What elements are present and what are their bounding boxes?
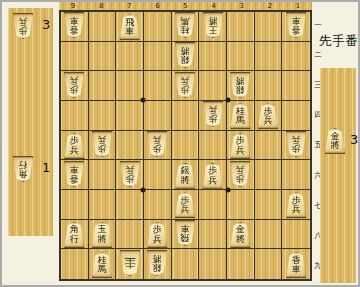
square-4-5[interactable] <box>199 131 227 161</box>
piece-金將-sente[interactable]: 金將 <box>324 128 346 154</box>
square-4-1[interactable]: 王將 <box>199 12 227 42</box>
piece-香車-sente[interactable]: 香車 <box>285 252 307 278</box>
piece-飛車-sente[interactable]: 飛車 <box>119 14 141 40</box>
square-8-9[interactable]: 桂馬 <box>89 249 117 279</box>
square-2-6[interactable] <box>255 160 283 190</box>
square-7-3[interactable] <box>116 71 144 101</box>
square-2-3[interactable] <box>255 71 283 101</box>
square-9-5[interactable]: 歩兵 <box>61 131 89 161</box>
square-4-4[interactable]: 歩兵 <box>199 101 227 131</box>
piece-銀將-sente[interactable]: 銀將 <box>174 163 196 189</box>
piece-香車-gote[interactable]: 香車 <box>63 161 85 187</box>
square-7-8[interactable] <box>116 220 144 250</box>
square-4-6[interactable]: 歩兵 <box>199 160 227 190</box>
square-7-4[interactable] <box>116 101 144 131</box>
square-3-4[interactable]: 桂馬 <box>227 101 255 131</box>
square-8-7[interactable] <box>89 190 117 220</box>
square-5-4[interactable] <box>172 101 200 131</box>
square-2-8[interactable] <box>255 220 283 250</box>
square-3-9[interactable] <box>227 249 255 279</box>
square-7-6[interactable]: 歩兵 <box>116 160 144 190</box>
piece-歩兵-sente[interactable]: 歩兵 <box>257 103 279 129</box>
file-labels: 987654321 <box>59 2 312 10</box>
square-3-8[interactable]: 金將 <box>227 220 255 250</box>
square-6-1[interactable] <box>144 12 172 42</box>
star-point <box>226 188 231 193</box>
piece-歩兵-sente[interactable]: 歩兵 <box>229 133 251 159</box>
piece-歩兵-sente[interactable]: 歩兵 <box>63 133 85 159</box>
piece-歩兵-sente[interactable]: 歩兵 <box>285 192 307 218</box>
square-8-5[interactable]: 歩兵 <box>89 131 117 161</box>
gote-captured-stand: 歩兵3 角行1 <box>8 8 53 236</box>
square-7-9[interactable]: 圭 <box>116 249 144 279</box>
shogi-app-window: 歩兵3 角行1 987654321 香車飛車桂馬王將香車銀將歩兵歩兵銀將歩兵桂馬… <box>0 0 360 287</box>
piece-角行-sente[interactable]: 角行 <box>63 222 85 248</box>
piece-王將-gote[interactable]: 王將 <box>202 12 224 38</box>
file-label-2: 2 <box>256 2 284 10</box>
square-3-3[interactable]: 銀將 <box>227 71 255 101</box>
square-4-8[interactable] <box>199 220 227 250</box>
hand-slot-gote-bishop[interactable]: 角行1 <box>12 156 50 186</box>
piece-圭-gote[interactable]: 圭 <box>119 250 141 276</box>
square-9-1[interactable]: 香車 <box>61 12 89 42</box>
hand-count-gote: 1 <box>42 160 50 175</box>
square-6-3[interactable] <box>144 71 172 101</box>
file-label-7: 7 <box>115 2 143 10</box>
square-7-7[interactable] <box>116 190 144 220</box>
square-8-4[interactable] <box>89 101 117 131</box>
square-5-2[interactable]: 銀將 <box>172 42 200 72</box>
file-label-5: 5 <box>171 2 199 10</box>
square-2-4[interactable]: 歩兵 <box>255 101 283 131</box>
star-point <box>141 98 146 103</box>
square-9-3[interactable]: 歩兵 <box>61 71 89 101</box>
square-2-7[interactable] <box>255 190 283 220</box>
square-2-9[interactable] <box>255 249 283 279</box>
square-1-2[interactable] <box>282 42 310 72</box>
file-label-4: 4 <box>200 2 228 10</box>
square-3-1[interactable] <box>227 12 255 42</box>
square-4-9[interactable] <box>199 249 227 279</box>
square-5-9[interactable] <box>172 249 200 279</box>
piece-歩兵-gote[interactable]: 歩兵 <box>174 72 196 98</box>
piece-歩兵-gote[interactable]: 歩兵 <box>285 131 307 157</box>
square-5-5[interactable] <box>172 131 200 161</box>
square-9-2[interactable] <box>61 42 89 72</box>
star-point <box>226 98 231 103</box>
square-6-9[interactable]: 銀將 <box>144 249 172 279</box>
square-4-7[interactable] <box>199 190 227 220</box>
square-6-2[interactable] <box>144 42 172 72</box>
square-9-4[interactable] <box>61 101 89 131</box>
square-1-7[interactable]: 歩兵 <box>282 190 310 220</box>
piece-銀將-gote[interactable]: 銀將 <box>146 250 168 276</box>
piece-歩兵-gote[interactable]: 歩兵 <box>202 101 224 127</box>
piece-歩兵-sente[interactable]: 歩兵 <box>202 163 224 189</box>
piece-歩兵-gote[interactable]: 歩兵 <box>229 161 251 187</box>
file-label-3: 3 <box>228 2 256 10</box>
board-grid: 香車飛車桂馬王將香車銀將歩兵歩兵銀將歩兵桂馬歩兵歩兵歩兵歩兵歩兵歩兵香車歩兵銀將… <box>59 10 312 281</box>
square-1-8[interactable] <box>282 220 310 250</box>
piece-銀將-gote[interactable]: 銀將 <box>174 42 196 68</box>
square-1-3[interactable] <box>282 71 310 101</box>
file-label-8: 8 <box>87 2 115 10</box>
square-5-3[interactable]: 歩兵 <box>172 71 200 101</box>
square-2-5[interactable] <box>255 131 283 161</box>
turn-indicator: 先手番 <box>319 33 360 48</box>
piece-桂馬-gote[interactable]: 桂馬 <box>174 12 196 38</box>
piece-角行-gote[interactable]: 角行 <box>12 156 34 182</box>
file-label-1: 1 <box>284 2 312 10</box>
square-4-3[interactable] <box>199 71 227 101</box>
piece-玉將-sente[interactable]: 玉將 <box>91 222 113 248</box>
square-8-3[interactable] <box>89 71 117 101</box>
piece-歩兵-gote[interactable]: 歩兵 <box>12 13 34 39</box>
sente-captured-stand: 金將3 <box>320 68 356 283</box>
file-label-9: 9 <box>59 2 87 10</box>
piece-歩兵-sente[interactable]: 歩兵 <box>146 222 168 248</box>
square-5-8[interactable]: 飛車 <box>172 220 200 250</box>
square-3-5[interactable]: 歩兵 <box>227 131 255 161</box>
square-2-1[interactable] <box>255 12 283 42</box>
square-9-6[interactable]: 香車 <box>61 160 89 190</box>
piece-歩兵-gote[interactable]: 歩兵 <box>63 72 85 98</box>
square-1-6[interactable] <box>282 160 310 190</box>
square-7-1[interactable]: 飛車 <box>116 12 144 42</box>
square-7-5[interactable] <box>116 131 144 161</box>
piece-桂馬-sente[interactable]: 桂馬 <box>229 103 251 129</box>
square-5-1[interactable]: 桂馬 <box>172 12 200 42</box>
file-label-6: 6 <box>143 2 171 10</box>
piece-銀將-gote[interactable]: 銀將 <box>229 72 251 98</box>
piece-桂馬-sente[interactable]: 桂馬 <box>91 252 113 278</box>
square-1-5[interactable]: 歩兵 <box>282 131 310 161</box>
square-8-6[interactable] <box>89 160 117 190</box>
square-1-9[interactable]: 香車 <box>282 249 310 279</box>
square-1-4[interactable] <box>282 101 310 131</box>
square-6-6[interactable] <box>144 160 172 190</box>
square-1-1[interactable]: 香車 <box>282 12 310 42</box>
square-5-6[interactable]: 銀將 <box>172 160 200 190</box>
square-9-7[interactable] <box>61 190 89 220</box>
piece-金將-sente[interactable]: 金將 <box>229 222 251 248</box>
hand-slot-gote-pawn[interactable]: 歩兵3 <box>12 13 50 43</box>
piece-歩兵-gote[interactable]: 歩兵 <box>119 161 141 187</box>
square-6-8[interactable]: 歩兵 <box>144 220 172 250</box>
square-3-2[interactable] <box>227 42 255 72</box>
square-3-7[interactable] <box>227 190 255 220</box>
square-9-8[interactable]: 角行 <box>61 220 89 250</box>
square-8-2[interactable] <box>89 42 117 72</box>
star-point <box>141 188 146 193</box>
square-6-7[interactable] <box>144 190 172 220</box>
hand-slot-sente-gold[interactable]: 金將3 <box>324 128 360 158</box>
square-8-8[interactable]: 玉將 <box>89 220 117 250</box>
piece-飛車-gote[interactable]: 飛車 <box>174 220 196 246</box>
square-9-9[interactable] <box>61 249 89 279</box>
square-3-6[interactable]: 歩兵 <box>227 160 255 190</box>
square-7-2[interactable] <box>116 42 144 72</box>
hand-count-gote: 3 <box>42 17 50 32</box>
square-6-4[interactable] <box>144 101 172 131</box>
square-8-1[interactable] <box>89 12 117 42</box>
square-2-2[interactable] <box>255 42 283 72</box>
piece-歩兵-gote[interactable]: 歩兵 <box>146 131 168 157</box>
square-5-7[interactable]: 歩兵 <box>172 190 200 220</box>
piece-歩兵-sente[interactable]: 歩兵 <box>174 192 196 218</box>
piece-歩兵-gote[interactable]: 歩兵 <box>91 131 113 157</box>
square-4-2[interactable] <box>199 42 227 72</box>
square-6-5[interactable]: 歩兵 <box>144 131 172 161</box>
hand-count-sente: 3 <box>350 132 358 147</box>
piece-香車-gote[interactable]: 香車 <box>285 12 307 38</box>
piece-香車-gote[interactable]: 香車 <box>63 12 85 38</box>
